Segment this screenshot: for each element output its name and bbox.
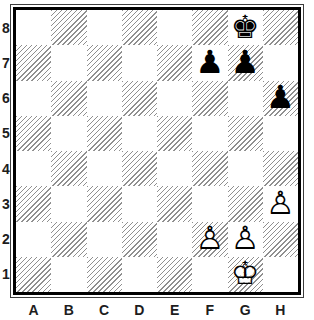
square-f2[interactable]: ♟♙ xyxy=(192,222,227,257)
square-c8[interactable] xyxy=(87,10,122,45)
square-d4[interactable] xyxy=(122,151,157,186)
square-e8[interactable] xyxy=(157,10,192,45)
square-g5[interactable] xyxy=(228,116,263,151)
square-c5[interactable] xyxy=(87,116,122,151)
file-label-f: F xyxy=(192,301,227,319)
square-b8[interactable] xyxy=(51,10,86,45)
square-a3[interactable] xyxy=(16,186,51,221)
square-d8[interactable] xyxy=(122,10,157,45)
file-labels: ABCDEFGH xyxy=(16,301,298,319)
black-pawn-f7[interactable]: ♟ xyxy=(196,46,225,78)
square-h8[interactable] xyxy=(263,10,298,45)
square-e7[interactable] xyxy=(157,45,192,80)
piece-glyph: ♙ xyxy=(231,222,260,254)
file-label-b: B xyxy=(51,301,86,319)
chess-diagram: 87654321 ♚♟♟♟♟♙♟♙♟♙♚♔ ABCDEFGH xyxy=(0,0,314,320)
square-h5[interactable] xyxy=(263,116,298,151)
piece-glyph: ♚ xyxy=(231,11,260,43)
white-pawn-h3[interactable]: ♟♙ xyxy=(266,187,295,219)
square-h4[interactable] xyxy=(263,151,298,186)
square-c6[interactable] xyxy=(87,81,122,116)
square-a4[interactable] xyxy=(16,151,51,186)
square-d2[interactable] xyxy=(122,222,157,257)
square-a8[interactable] xyxy=(16,10,51,45)
square-a1[interactable] xyxy=(16,257,51,292)
square-e3[interactable] xyxy=(157,186,192,221)
square-g6[interactable] xyxy=(228,81,263,116)
square-g2[interactable]: ♟♙ xyxy=(228,222,263,257)
square-a6[interactable] xyxy=(16,81,51,116)
file-label-h: H xyxy=(263,301,298,319)
square-b7[interactable] xyxy=(51,45,86,80)
square-e2[interactable] xyxy=(157,222,192,257)
square-a7[interactable] xyxy=(16,45,51,80)
square-d5[interactable] xyxy=(122,116,157,151)
square-d6[interactable] xyxy=(122,81,157,116)
square-b2[interactable] xyxy=(51,222,86,257)
piece-glyph: ♟ xyxy=(266,81,295,113)
square-g7[interactable]: ♟ xyxy=(228,45,263,80)
square-e5[interactable] xyxy=(157,116,192,151)
square-d3[interactable] xyxy=(122,186,157,221)
square-h6[interactable]: ♟ xyxy=(263,81,298,116)
square-f7[interactable]: ♟ xyxy=(192,45,227,80)
board-frame: ♚♟♟♟♟♙♟♙♟♙♚♔ xyxy=(10,4,304,298)
square-h2[interactable] xyxy=(263,222,298,257)
square-b5[interactable] xyxy=(51,116,86,151)
square-c3[interactable] xyxy=(87,186,122,221)
black-pawn-g7[interactable]: ♟ xyxy=(231,46,260,78)
square-h7[interactable] xyxy=(263,45,298,80)
file-label-d: D xyxy=(122,301,157,319)
square-a5[interactable] xyxy=(16,116,51,151)
piece-glyph: ♙ xyxy=(196,222,225,254)
square-b4[interactable] xyxy=(51,151,86,186)
piece-glyph: ♔ xyxy=(231,257,260,289)
square-e4[interactable] xyxy=(157,151,192,186)
square-c4[interactable] xyxy=(87,151,122,186)
square-f4[interactable] xyxy=(192,151,227,186)
white-pawn-f2[interactable]: ♟♙ xyxy=(196,222,225,254)
square-a2[interactable] xyxy=(16,222,51,257)
file-label-c: C xyxy=(87,301,122,319)
file-label-g: G xyxy=(228,301,263,319)
square-g8[interactable]: ♚ xyxy=(228,10,263,45)
black-king-g8[interactable]: ♚ xyxy=(231,11,260,43)
square-b6[interactable] xyxy=(51,81,86,116)
chess-board: ♚♟♟♟♟♙♟♙♟♙♚♔ xyxy=(16,10,298,292)
square-f5[interactable] xyxy=(192,116,227,151)
square-b3[interactable] xyxy=(51,186,86,221)
square-b1[interactable] xyxy=(51,257,86,292)
square-g3[interactable] xyxy=(228,186,263,221)
square-d7[interactable] xyxy=(122,45,157,80)
piece-glyph: ♟ xyxy=(196,46,225,78)
piece-glyph: ♟ xyxy=(231,46,260,78)
black-pawn-h6[interactable]: ♟ xyxy=(266,81,295,113)
square-c2[interactable] xyxy=(87,222,122,257)
square-f6[interactable] xyxy=(192,81,227,116)
square-f8[interactable] xyxy=(192,10,227,45)
square-g4[interactable] xyxy=(228,151,263,186)
square-f1[interactable] xyxy=(192,257,227,292)
white-king-g1[interactable]: ♚♔ xyxy=(231,257,260,289)
square-e1[interactable] xyxy=(157,257,192,292)
square-c1[interactable] xyxy=(87,257,122,292)
file-label-e: E xyxy=(157,301,192,319)
square-h3[interactable]: ♟♙ xyxy=(263,186,298,221)
square-f3[interactable] xyxy=(192,186,227,221)
file-label-a: A xyxy=(16,301,51,319)
square-h1[interactable] xyxy=(263,257,298,292)
square-d1[interactable] xyxy=(122,257,157,292)
square-c7[interactable] xyxy=(87,45,122,80)
piece-glyph: ♙ xyxy=(266,187,295,219)
white-pawn-g2[interactable]: ♟♙ xyxy=(231,222,260,254)
square-g1[interactable]: ♚♔ xyxy=(228,257,263,292)
square-e6[interactable] xyxy=(157,81,192,116)
